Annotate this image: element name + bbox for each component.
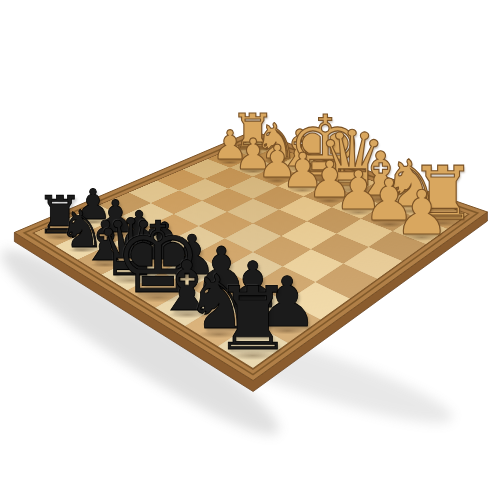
chess-set-photo: ♜♞♝♚♛♝♞♜♟♟♟♟♟♟♟♟♟♟♟♟♟♟♟♟♜♞♝♛♚♝♞♜ <box>0 0 500 500</box>
